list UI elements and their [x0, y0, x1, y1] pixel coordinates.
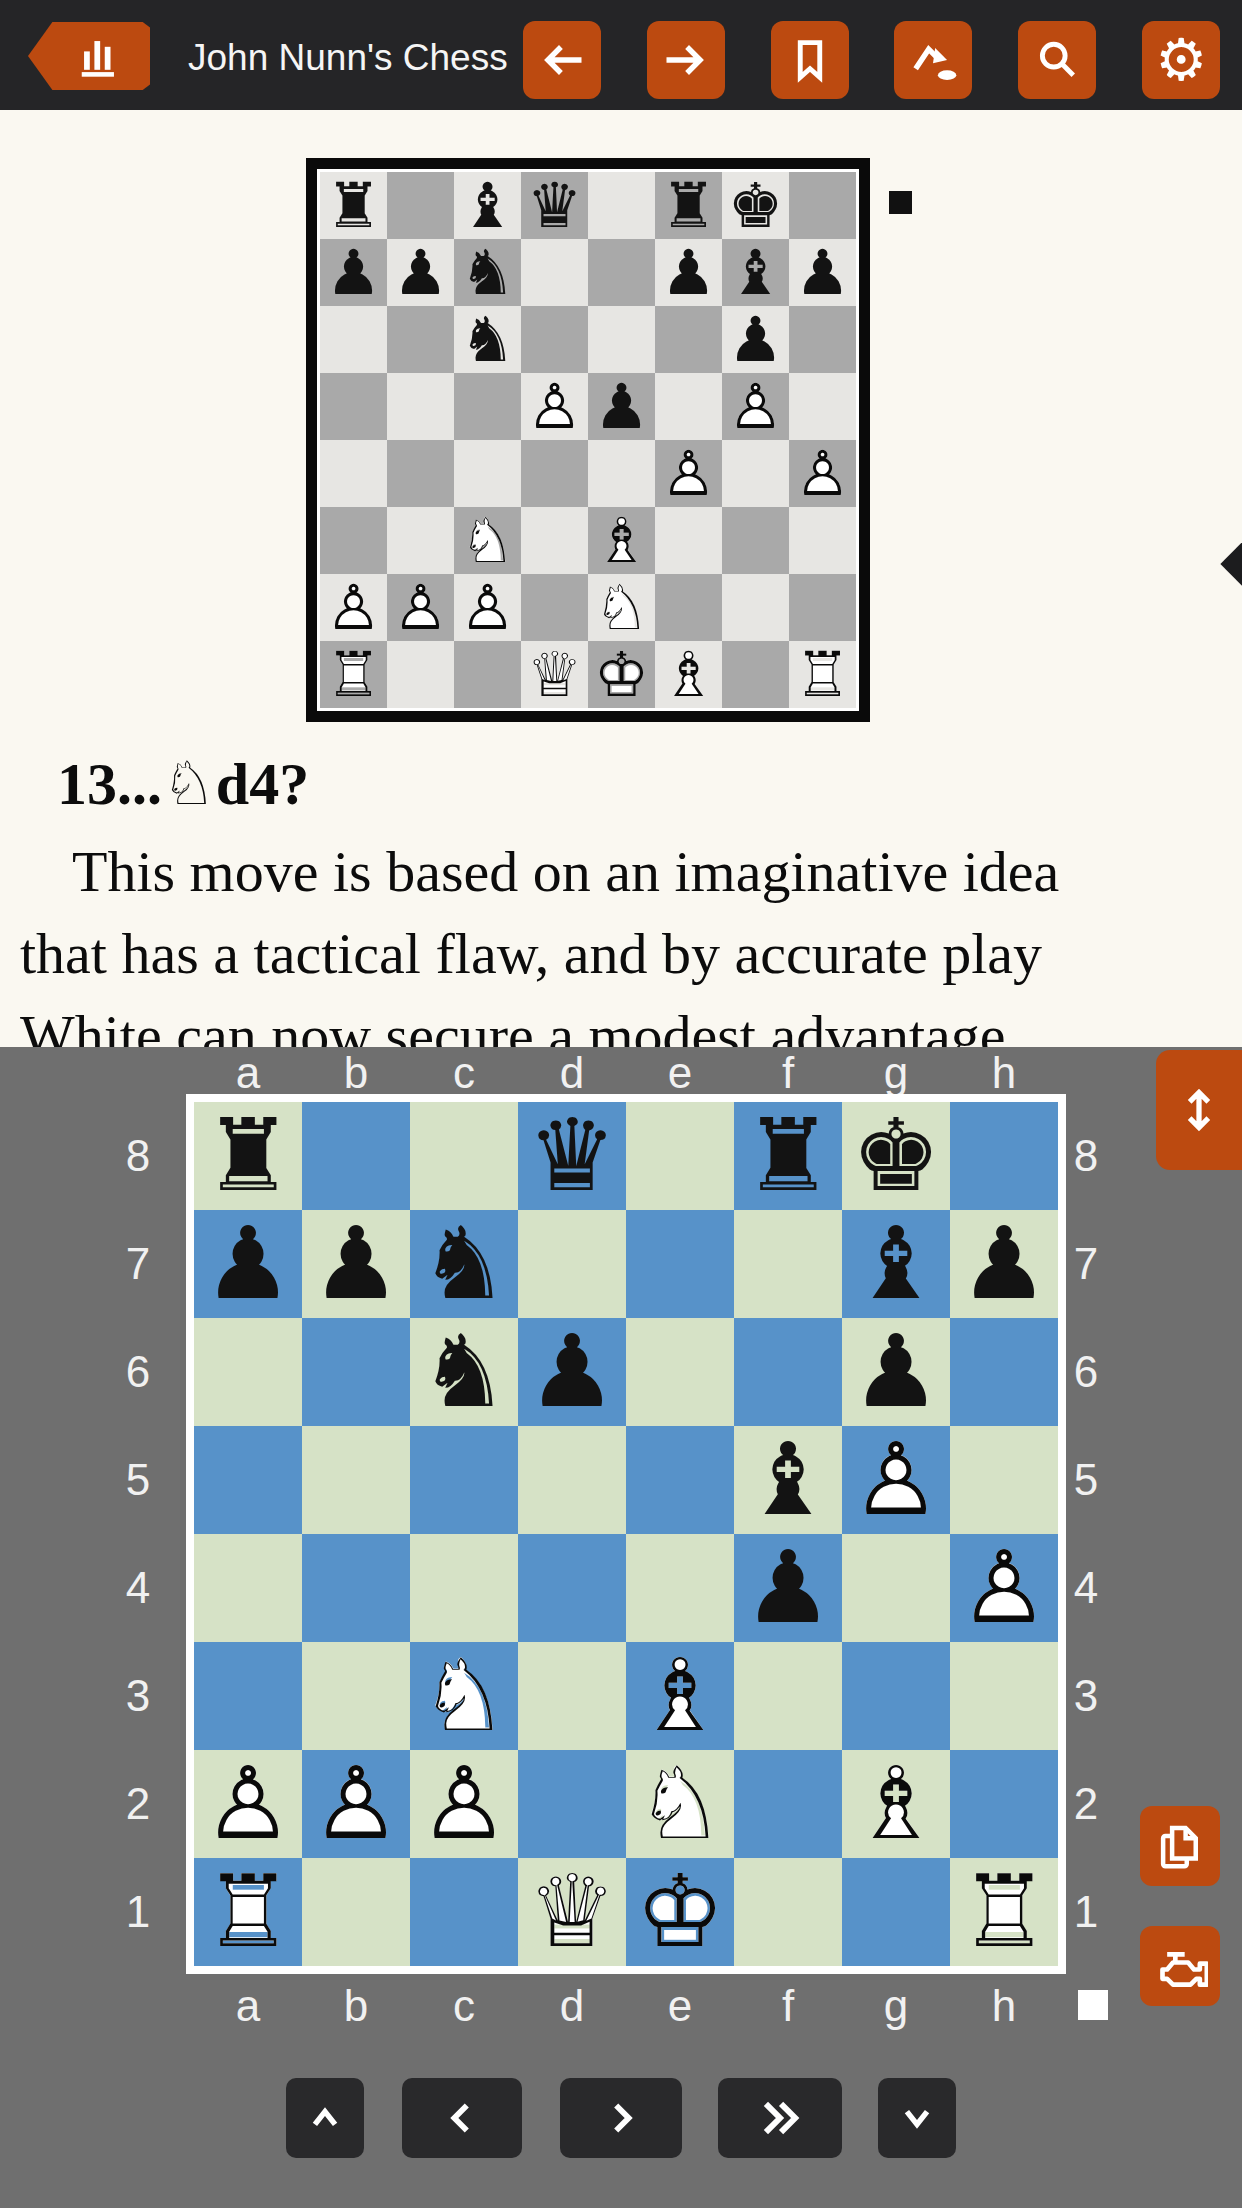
bar-chart-icon	[76, 33, 122, 79]
piece-outline: ♘	[588, 574, 655, 641]
nav-forward-button[interactable]	[647, 21, 725, 99]
square-d2[interactable]	[518, 1750, 626, 1858]
diagram-square-d6	[521, 306, 588, 373]
white-piece: ♝	[842, 1750, 950, 1858]
diagram-square-d8: ♛	[521, 172, 588, 239]
white-piece: ♟	[320, 574, 387, 641]
square-h2[interactable]	[950, 1750, 1058, 1858]
black-piece: ♟	[518, 1318, 626, 1426]
piece-outline: ♙	[454, 574, 521, 641]
square-b5[interactable]	[302, 1426, 410, 1534]
library-back-button[interactable]	[28, 22, 150, 90]
coord-label: b	[302, 1051, 410, 1095]
diagram-square-g6: ♟	[722, 306, 789, 373]
white-piece: ♝	[588, 507, 655, 574]
square-e3[interactable]: ♝♗	[626, 1642, 734, 1750]
diagram-square-h1: ♜♖	[789, 641, 856, 708]
white-piece: ♛	[521, 641, 588, 708]
engine-icon	[1152, 1938, 1208, 1994]
square-g4[interactable]	[842, 1534, 950, 1642]
piece-outline: ♙	[950, 1534, 1058, 1642]
square-h7[interactable]: ♟	[950, 1210, 1058, 1318]
diagram-square-c7: ♞	[454, 239, 521, 306]
coord-label: f	[734, 1051, 842, 1095]
bookmark-icon	[784, 34, 836, 86]
white-piece: ♜	[194, 1858, 302, 1966]
square-b2[interactable]: ♟♙	[302, 1750, 410, 1858]
black-piece: ♟	[387, 239, 454, 306]
coord-label: 7	[1060, 1210, 1112, 1318]
black-piece: ♟	[722, 306, 789, 373]
black-piece: ♝	[454, 172, 521, 239]
copy-button[interactable]	[1140, 1806, 1220, 1886]
coord-label: 4	[112, 1534, 164, 1642]
piece-outline: ♕	[518, 1858, 626, 1966]
diagram-square-a7: ♟	[320, 239, 387, 306]
coord-label: f	[734, 1984, 842, 2028]
diagram-square-a4	[320, 440, 387, 507]
piece-outline: ♙	[789, 440, 856, 507]
white-piece: ♟	[302, 1750, 410, 1858]
diagram-square-e6	[588, 306, 655, 373]
diagram-square-g3	[722, 507, 789, 574]
diagram-square-f8: ♜	[655, 172, 722, 239]
white-to-move-indicator	[1078, 1990, 1108, 2020]
diagram-square-f3	[655, 507, 722, 574]
black-piece: ♞	[454, 239, 521, 306]
diagram-square-b2: ♟♙	[387, 574, 454, 641]
square-c8[interactable]	[410, 1102, 518, 1210]
diagram-square-f7: ♟	[655, 239, 722, 306]
diagram-square-g4	[722, 440, 789, 507]
diagram-square-b6	[387, 306, 454, 373]
white-piece: ♜	[950, 1858, 1058, 1966]
piece-outline: ♙	[842, 1426, 950, 1534]
piece-outline: ♙	[194, 1750, 302, 1858]
square-d5[interactable]	[518, 1426, 626, 1534]
gear-icon: ⚙	[1155, 31, 1207, 89]
app-toolbar: John Nunn's Chess Course	[0, 0, 1242, 110]
coord-label: 1	[1060, 1858, 1112, 1966]
bookmark-button[interactable]	[771, 21, 849, 99]
analysis-panel: abcdefgh 87654321 ♜♛♜♚♟♟♞♝♟♞♟♟♝♟♙♟♟♙♞♘♝♗…	[0, 1047, 1242, 2208]
diagram-square-h6	[789, 306, 856, 373]
square-a7[interactable]: ♟	[194, 1210, 302, 1318]
white-piece: ♝	[626, 1642, 734, 1750]
coord-label: a	[194, 1984, 302, 2028]
coord-label: g	[842, 1984, 950, 2028]
diagram-square-g7: ♝	[722, 239, 789, 306]
piece-outline: ♗	[842, 1750, 950, 1858]
piece-outline: ♖	[950, 1858, 1058, 1966]
square-d3[interactable]	[518, 1642, 626, 1750]
diagram-square-e3: ♝♗	[588, 507, 655, 574]
square-a2[interactable]: ♟♙	[194, 1750, 302, 1858]
white-piece: ♜	[320, 641, 387, 708]
square-b6[interactable]	[302, 1318, 410, 1426]
chevron-up-icon	[303, 2096, 347, 2140]
magnifier-icon	[1031, 34, 1083, 86]
white-piece: ♟	[655, 440, 722, 507]
square-a6[interactable]	[194, 1318, 302, 1426]
coord-label: 6	[112, 1318, 164, 1426]
white-piece: ♞	[626, 1750, 734, 1858]
diagram-square-h4: ♟♙	[789, 440, 856, 507]
coord-label: 8	[112, 1102, 164, 1210]
rank-labels-left: 87654321	[112, 1102, 164, 1966]
diagram-square-c8: ♝	[454, 172, 521, 239]
coord-label: e	[626, 1984, 734, 2028]
white-piece: ♟	[950, 1534, 1058, 1642]
black-piece: ♜	[734, 1102, 842, 1210]
chevron-left-icon	[439, 2095, 485, 2141]
square-h5[interactable]	[950, 1426, 1058, 1534]
square-g2[interactable]: ♝♗	[842, 1750, 950, 1858]
black-piece: ♛	[518, 1102, 626, 1210]
square-a4[interactable]	[194, 1534, 302, 1642]
square-f2[interactable]	[734, 1750, 842, 1858]
square-f3[interactable]	[734, 1642, 842, 1750]
piece-outline: ♙	[302, 1750, 410, 1858]
square-f1[interactable]	[734, 1858, 842, 1966]
square-a3[interactable]	[194, 1642, 302, 1750]
chevron-down-icon	[895, 2096, 939, 2140]
black-to-move-indicator	[889, 191, 912, 214]
diagram-square-a3	[320, 507, 387, 574]
square-c6[interactable]: ♞	[410, 1318, 518, 1426]
square-a1[interactable]: ♜♖	[194, 1858, 302, 1966]
black-piece: ♟	[588, 373, 655, 440]
diagram-square-b7: ♟	[387, 239, 454, 306]
black-piece: ♚	[842, 1102, 950, 1210]
coord-label: c	[410, 1051, 518, 1095]
white-piece: ♟	[722, 373, 789, 440]
square-g5[interactable]: ♟♙	[842, 1426, 950, 1534]
double-chevron-right-icon	[754, 2092, 806, 2144]
coord-label: h	[950, 1051, 1058, 1095]
white-piece: ♜	[789, 641, 856, 708]
black-piece: ♟	[194, 1210, 302, 1318]
diagram-square-f4: ♟♙	[655, 440, 722, 507]
white-piece: ♞	[454, 507, 521, 574]
coord-label: e	[626, 1051, 734, 1095]
black-piece: ♜	[320, 172, 387, 239]
nav-up-button[interactable]	[286, 2078, 364, 2158]
coord-label: b	[302, 1984, 410, 2028]
square-h3[interactable]	[950, 1642, 1058, 1750]
diagram-square-c3: ♞♘	[454, 507, 521, 574]
nav-forward-move-button[interactable]	[560, 2078, 682, 2158]
diagram-square-e5: ♟	[588, 373, 655, 440]
square-c4[interactable]	[410, 1534, 518, 1642]
diagram-square-d1: ♛♕	[521, 641, 588, 708]
coord-label: d	[518, 1051, 626, 1095]
square-d6[interactable]: ♟	[518, 1318, 626, 1426]
screen: John Nunn's Chess Course	[0, 0, 1242, 2208]
square-g6[interactable]: ♟	[842, 1318, 950, 1426]
coord-label: d	[518, 1984, 626, 2028]
diagram-square-a6	[320, 306, 387, 373]
square-g1[interactable]	[842, 1858, 950, 1966]
piece-outline: ♖	[194, 1858, 302, 1966]
black-piece: ♝	[734, 1426, 842, 1534]
black-piece: ♟	[734, 1534, 842, 1642]
diagram-square-d5: ♟♙	[521, 373, 588, 440]
diagram-square-f1: ♝♗	[655, 641, 722, 708]
chevron-right-icon	[598, 2095, 644, 2141]
piece-outline: ♙	[410, 1750, 518, 1858]
piece-outline: ♘	[410, 1642, 518, 1750]
square-f8[interactable]: ♜	[734, 1102, 842, 1210]
piece-outline: ♙	[387, 574, 454, 641]
moves-button[interactable]	[894, 21, 972, 99]
white-piece: ♟	[454, 574, 521, 641]
diagram-square-h2	[789, 574, 856, 641]
square-f6[interactable]	[734, 1318, 842, 1426]
file-labels-top: abcdefgh	[194, 1051, 1058, 1095]
black-piece: ♚	[722, 172, 789, 239]
diagram-square-a2: ♟♙	[320, 574, 387, 641]
diagram-square-h8	[789, 172, 856, 239]
diagram-square-d7	[521, 239, 588, 306]
piece-outline: ♗	[655, 641, 722, 708]
white-piece: ♟	[410, 1750, 518, 1858]
square-d7[interactable]	[518, 1210, 626, 1318]
coord-label: 8	[1060, 1102, 1112, 1210]
piece-outline: ♔	[588, 641, 655, 708]
black-piece: ♞	[410, 1210, 518, 1318]
coord-label: 6	[1060, 1318, 1112, 1426]
diagram-square-f2	[655, 574, 722, 641]
book-text-line: that has a tactical flaw, and by accurat…	[20, 920, 1042, 987]
book-text-line: This move is based on an imaginative ide…	[72, 838, 1059, 905]
square-g8[interactable]: ♚	[842, 1102, 950, 1210]
diagram-square-f5	[655, 373, 722, 440]
piece-outline: ♗	[588, 507, 655, 574]
coord-label: h	[950, 1984, 1058, 2028]
diagram-square-e1: ♚♔	[588, 641, 655, 708]
up-down-resize-icon	[1171, 1082, 1227, 1138]
black-piece: ♟	[302, 1210, 410, 1318]
diagram-square-e4	[588, 440, 655, 507]
square-e2[interactable]: ♞♘	[626, 1750, 734, 1858]
square-c2[interactable]: ♟♙	[410, 1750, 518, 1858]
square-h6[interactable]	[950, 1318, 1058, 1426]
black-piece: ♞	[410, 1318, 518, 1426]
square-h4[interactable]: ♟♙	[950, 1534, 1058, 1642]
diagram-square-h5	[789, 373, 856, 440]
diagram-square-d4	[521, 440, 588, 507]
square-c3[interactable]: ♞♘	[410, 1642, 518, 1750]
coord-label: 4	[1060, 1534, 1112, 1642]
square-g7[interactable]: ♝	[842, 1210, 950, 1318]
square-b1[interactable]	[302, 1858, 410, 1966]
diagram-square-c5	[454, 373, 521, 440]
white-piece: ♞	[588, 574, 655, 641]
piece-outline: ♘	[626, 1750, 734, 1858]
black-piece: ♝	[722, 239, 789, 306]
square-b8[interactable]	[302, 1102, 410, 1210]
white-piece: ♟	[842, 1426, 950, 1534]
diagram-square-g8: ♚	[722, 172, 789, 239]
diagram-square-b3	[387, 507, 454, 574]
white-piece: ♟	[521, 373, 588, 440]
search-button[interactable]	[1018, 21, 1096, 99]
black-piece: ♟	[842, 1318, 950, 1426]
engine-button[interactable]	[1140, 1926, 1220, 2006]
white-piece: ♞	[410, 1642, 518, 1750]
diagram-square-e7	[588, 239, 655, 306]
arrow-right-icon	[660, 34, 712, 86]
settings-button[interactable]: ⚙	[1142, 21, 1220, 99]
coord-label: 2	[1060, 1750, 1112, 1858]
coord-label: 3	[1060, 1642, 1112, 1750]
coord-label: 2	[112, 1750, 164, 1858]
diagram-square-d2	[521, 574, 588, 641]
piece-outline: ♕	[521, 641, 588, 708]
piece-outline: ♙	[722, 373, 789, 440]
app-title: John Nunn's Chess Course	[188, 36, 516, 84]
square-h8[interactable]	[950, 1102, 1058, 1210]
coord-label: 5	[1060, 1426, 1112, 1534]
diagram-square-c2: ♟♙	[454, 574, 521, 641]
square-f4[interactable]: ♟	[734, 1534, 842, 1642]
copy-pages-icon	[1153, 1819, 1207, 1873]
square-e5[interactable]	[626, 1426, 734, 1534]
diagram-square-g2	[722, 574, 789, 641]
piece-outline: ♖	[789, 641, 856, 708]
coord-label: 3	[112, 1642, 164, 1750]
diagram-square-b4	[387, 440, 454, 507]
white-piece: ♚	[588, 641, 655, 708]
nav-back-move-button[interactable]	[402, 2078, 522, 2158]
diagram-square-a1: ♜♖	[320, 641, 387, 708]
square-f7[interactable]	[734, 1210, 842, 1318]
white-piece: ♟	[194, 1750, 302, 1858]
diagram-square-b5	[387, 373, 454, 440]
nav-down-button[interactable]	[878, 2078, 956, 2158]
coord-label: g	[842, 1051, 950, 1095]
black-piece: ♞	[454, 306, 521, 373]
black-piece: ♜	[655, 172, 722, 239]
coord-label: 5	[112, 1426, 164, 1534]
piece-outline: ♘	[454, 507, 521, 574]
square-e6[interactable]	[626, 1318, 734, 1426]
diagram-square-b8	[387, 172, 454, 239]
square-c1[interactable]	[410, 1858, 518, 1966]
diagram-square-h7: ♟	[789, 239, 856, 306]
black-piece: ♟	[950, 1210, 1058, 1318]
diagram-square-d3	[521, 507, 588, 574]
square-b7[interactable]: ♟	[302, 1210, 410, 1318]
diagram-square-a5	[320, 373, 387, 440]
piece-outline: ♙	[521, 373, 588, 440]
square-d8[interactable]: ♛	[518, 1102, 626, 1210]
diagram-square-g5: ♟♙	[722, 373, 789, 440]
nav-back-button[interactable]	[523, 21, 601, 99]
move-heading: 13...♘d4?	[57, 748, 309, 819]
piece-outline: ♗	[626, 1642, 734, 1750]
book-diagram-board: ♜♝♛♜♚♟♟♞♟♝♟♞♟♟♙♟♟♙♟♙♟♙♞♘♝♗♟♙♟♙♟♙♞♘♜♖♛♕♚♔…	[306, 158, 870, 722]
diagram-square-h3	[789, 507, 856, 574]
black-piece: ♟	[789, 239, 856, 306]
square-c5[interactable]	[410, 1426, 518, 1534]
arrow-left-icon	[536, 34, 588, 86]
square-b4[interactable]	[302, 1534, 410, 1642]
square-e8[interactable]	[626, 1102, 734, 1210]
square-e4[interactable]	[626, 1534, 734, 1642]
knight-move-arrow-icon	[907, 34, 959, 86]
square-c7[interactable]: ♞	[410, 1210, 518, 1318]
square-a5[interactable]	[194, 1426, 302, 1534]
square-b3[interactable]	[302, 1642, 410, 1750]
diagram-square-e8	[588, 172, 655, 239]
white-piece: ♟	[789, 440, 856, 507]
black-piece: ♛	[521, 172, 588, 239]
coord-label: 1	[112, 1858, 164, 1966]
diagram-square-b1	[387, 641, 454, 708]
coord-label: a	[194, 1051, 302, 1095]
diagram-square-c6: ♞	[454, 306, 521, 373]
square-e1[interactable]: ♚♔	[626, 1858, 734, 1966]
white-piece: ♛	[518, 1858, 626, 1966]
rank-labels-right: 87654321	[1060, 1102, 1112, 1966]
black-piece: ♜	[194, 1102, 302, 1210]
piece-outline: ♙	[320, 574, 387, 641]
square-d4[interactable]	[518, 1534, 626, 1642]
diagram-square-e2: ♞♘	[588, 574, 655, 641]
black-piece: ♝	[842, 1210, 950, 1318]
page-edge-handle[interactable]	[1220, 541, 1242, 586]
file-labels-bottom: abcdefgh	[194, 1984, 1058, 2028]
diagram-square-f6	[655, 306, 722, 373]
square-h1[interactable]: ♜♖	[950, 1858, 1058, 1966]
black-piece: ♟	[655, 239, 722, 306]
square-e7[interactable]	[626, 1210, 734, 1318]
diagram-square-a8: ♜	[320, 172, 387, 239]
diagram-square-c4	[454, 440, 521, 507]
piece-outline: ♔	[626, 1858, 734, 1966]
square-f5[interactable]: ♝	[734, 1426, 842, 1534]
black-piece: ♟	[320, 239, 387, 306]
square-a8[interactable]: ♜	[194, 1102, 302, 1210]
square-d1[interactable]: ♛♕	[518, 1858, 626, 1966]
piece-outline: ♖	[320, 641, 387, 708]
coord-label: 7	[112, 1210, 164, 1318]
coord-label: c	[410, 1984, 518, 2028]
resize-panel-button[interactable]	[1156, 1050, 1242, 1170]
white-piece: ♚	[626, 1858, 734, 1966]
white-piece: ♟	[387, 574, 454, 641]
nav-fast-forward-button[interactable]	[718, 2078, 842, 2158]
white-piece: ♝	[655, 641, 722, 708]
square-g3[interactable]	[842, 1642, 950, 1750]
diagram-square-g1	[722, 641, 789, 708]
main-board: ♜♛♜♚♟♟♞♝♟♞♟♟♝♟♙♟♟♙♞♘♝♗♟♙♟♙♟♙♞♘♝♗♜♖♛♕♚♔♜♖	[186, 1094, 1066, 1974]
piece-outline: ♙	[655, 440, 722, 507]
diagram-square-c1	[454, 641, 521, 708]
